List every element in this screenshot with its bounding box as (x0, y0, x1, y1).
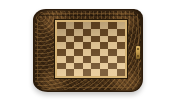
board-square (100, 49, 109, 56)
photo-background (0, 0, 175, 105)
board-square (100, 63, 109, 70)
board-square (74, 63, 83, 70)
board-border (55, 20, 127, 78)
board-square (100, 56, 109, 63)
board-square (100, 42, 109, 49)
board-square (108, 49, 117, 56)
board-square (108, 36, 117, 43)
board-square (91, 49, 100, 56)
board-square (83, 29, 92, 36)
board-square (100, 22, 109, 29)
board-square (108, 63, 117, 70)
board-square (57, 56, 66, 63)
chess-box (33, 9, 143, 92)
board-square (83, 56, 92, 63)
board-square (57, 42, 66, 49)
board-square (108, 56, 117, 63)
board-square (83, 63, 92, 70)
board-square (117, 29, 126, 36)
board-square (83, 42, 92, 49)
board-square (117, 42, 126, 49)
board-square (117, 56, 126, 63)
board-square (66, 49, 75, 56)
board-square (117, 49, 126, 56)
board-square (100, 29, 109, 36)
board-square (83, 49, 92, 56)
board-square (66, 63, 75, 70)
board-square (74, 22, 83, 29)
board-square (74, 49, 83, 56)
board-square (117, 63, 126, 70)
board-square (57, 63, 66, 70)
board-square (66, 29, 75, 36)
board-square (108, 29, 117, 36)
board-square (57, 69, 66, 76)
board-square (74, 36, 83, 43)
board-square (100, 69, 109, 76)
board-square (74, 69, 83, 76)
board-square (83, 69, 92, 76)
board-square (91, 63, 100, 70)
board-square (66, 36, 75, 43)
board-square (91, 69, 100, 76)
board-square (74, 56, 83, 63)
board-square (57, 29, 66, 36)
board-square (117, 69, 126, 76)
board-square (57, 22, 66, 29)
board-square (83, 36, 92, 43)
board-square (66, 42, 75, 49)
board-square (108, 42, 117, 49)
board-square (83, 22, 92, 29)
board-square (91, 22, 100, 29)
board-square (57, 49, 66, 56)
board-square (117, 22, 126, 29)
board-square (91, 56, 100, 63)
board-field (57, 22, 125, 76)
board-square (108, 22, 117, 29)
board-square (108, 69, 117, 76)
board-square (74, 29, 83, 36)
board-square (117, 36, 126, 43)
brass-clasp (136, 46, 140, 59)
board-square (66, 69, 75, 76)
board-square (91, 36, 100, 43)
board-square (57, 36, 66, 43)
board-square (91, 29, 100, 36)
lid-seam (39, 15, 137, 16)
board-square (66, 56, 75, 63)
board-square (100, 36, 109, 43)
board-square (66, 22, 75, 29)
board-square (91, 42, 100, 49)
board-square (74, 42, 83, 49)
